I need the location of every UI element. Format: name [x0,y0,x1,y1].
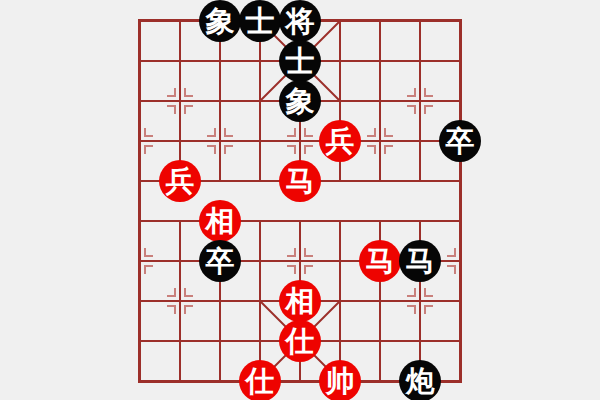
board-cell [180,341,220,381]
piece-black-soldier[interactable]: 卒 [439,120,481,162]
piece-black-cannon[interactable]: 炮 [399,360,441,400]
piece-black-elephant[interactable]: 象 [279,80,321,122]
board-cell [420,21,460,61]
piece-red-advisor[interactable]: 仕 [279,320,321,362]
board-cell [340,21,380,61]
board-cell [340,181,380,221]
piece-red-general[interactable]: 帅 [319,360,361,400]
piece-black-elephant[interactable]: 象 [199,0,241,42]
piece-red-elephant[interactable]: 相 [199,200,241,242]
board-cell [140,21,180,61]
board-cell [420,181,460,221]
board-cell [340,61,380,101]
piece-black-general[interactable]: 将 [279,0,321,42]
piece-red-horse[interactable]: 马 [359,240,401,282]
piece-black-advisor[interactable]: 士 [239,0,281,42]
board-cell [380,21,420,61]
piece-red-horse[interactable]: 马 [279,160,321,202]
board-cell [380,181,420,221]
piece-black-advisor[interactable]: 士 [279,40,321,82]
board-cell [140,341,180,381]
piece-red-soldier[interactable]: 兵 [319,120,361,162]
xiangqi-app: 象士将士象兵卒兵马相卒马马相仕仕帅炮 [0,0,600,400]
piece-red-soldier[interactable]: 兵 [159,160,201,202]
board-cell [340,301,380,341]
board-cell [220,61,260,101]
piece-black-soldier[interactable]: 卒 [199,240,241,282]
xiangqi-board[interactable]: 象士将士象兵卒兵马相卒马马相仕仕帅炮 [140,21,460,381]
piece-black-horse[interactable]: 马 [399,240,441,282]
board-cell [220,301,260,341]
piece-red-elephant[interactable]: 相 [279,280,321,322]
piece-red-advisor[interactable]: 仕 [239,360,281,400]
